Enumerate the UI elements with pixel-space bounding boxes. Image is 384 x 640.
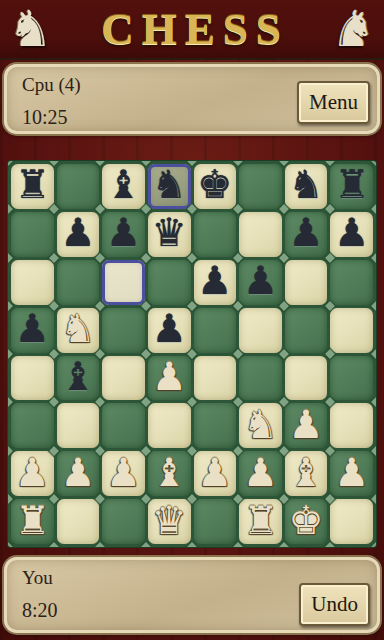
piece-black-pawn: ♟ — [60, 213, 95, 252]
piece-white-rook: ♜ — [15, 501, 50, 540]
opponent-clock: 10:25 — [22, 104, 81, 130]
piece-black-pawn: ♟ — [15, 309, 50, 348]
square-d2[interactable]: ♝ — [148, 451, 191, 496]
piece-black-pawn: ♟ — [243, 261, 278, 300]
square-g8[interactable]: ♞ — [285, 164, 328, 209]
square-d4[interactable]: ♟ — [148, 356, 191, 401]
piece-black-bishop: ♝ — [106, 165, 141, 204]
square-a1[interactable]: ♜ — [11, 499, 54, 544]
square-f2[interactable]: ♟ — [239, 451, 282, 496]
square-e4[interactable] — [194, 356, 237, 401]
square-b6[interactable] — [57, 260, 100, 305]
square-f1[interactable]: ♜ — [239, 499, 282, 544]
square-h2[interactable]: ♟ — [330, 451, 373, 496]
piece-black-rook: ♜ — [15, 165, 50, 204]
piece-white-queen: ♛ — [152, 501, 187, 540]
corner-diamond — [187, 542, 197, 547]
square-h7[interactable]: ♟ — [330, 212, 373, 257]
square-a8[interactable]: ♜ — [11, 164, 54, 209]
piece-black-pawn: ♟ — [152, 309, 187, 348]
app-title: CHESS — [95, 3, 289, 55]
square-g7[interactable]: ♟ — [285, 212, 328, 257]
square-f6[interactable]: ♟ — [239, 260, 282, 305]
square-a6[interactable] — [11, 260, 54, 305]
square-g2[interactable]: ♝ — [285, 451, 328, 496]
square-e7[interactable] — [194, 212, 237, 257]
piece-white-knight: ♞ — [60, 309, 95, 348]
menu-button[interactable]: Menu — [297, 81, 370, 124]
square-d5[interactable]: ♟ — [148, 308, 191, 353]
square-b8[interactable] — [57, 164, 100, 209]
square-e2[interactable]: ♟ — [194, 451, 237, 496]
square-d7[interactable]: ♛ — [148, 212, 191, 257]
square-c3[interactable] — [102, 403, 145, 448]
square-c5[interactable] — [102, 308, 145, 353]
square-e1[interactable] — [194, 499, 237, 544]
undo-button[interactable]: Undo — [299, 583, 370, 626]
square-a2[interactable]: ♟ — [11, 451, 54, 496]
square-c7[interactable]: ♟ — [102, 212, 145, 257]
opponent-name: Cpu (4) — [22, 72, 81, 98]
square-c4[interactable] — [102, 356, 145, 401]
square-e5[interactable] — [194, 308, 237, 353]
square-a4[interactable] — [11, 356, 54, 401]
piece-white-pawn: ♟ — [334, 453, 369, 492]
piece-black-knight: ♞ — [289, 165, 324, 204]
player-info: You 8:20 — [22, 565, 58, 623]
square-b5[interactable]: ♞ — [57, 308, 100, 353]
square-h6[interactable] — [330, 260, 373, 305]
square-b3[interactable] — [57, 403, 100, 448]
player-name: You — [22, 565, 58, 591]
square-f8[interactable] — [239, 164, 282, 209]
square-f3[interactable]: ♞ — [239, 403, 282, 448]
square-f4[interactable] — [239, 356, 282, 401]
square-g5[interactable] — [285, 308, 328, 353]
opponent-bar: Cpu (4) 10:25 Menu — [4, 64, 380, 134]
corner-diamond — [95, 542, 105, 547]
piece-black-queen: ♛ — [152, 213, 187, 252]
piece-white-pawn: ♟ — [106, 453, 141, 492]
opponent-info: Cpu (4) 10:25 — [22, 72, 81, 130]
piece-black-pawn: ♟ — [289, 213, 324, 252]
piece-white-pawn: ♟ — [60, 453, 95, 492]
square-a7[interactable] — [11, 212, 54, 257]
piece-white-pawn: ♟ — [243, 453, 278, 492]
square-g1[interactable]: ♚ — [285, 499, 328, 544]
square-d1[interactable]: ♛ — [148, 499, 191, 544]
corner-diamond — [371, 301, 376, 311]
piece-white-pawn: ♟ — [197, 453, 232, 492]
square-b7[interactable]: ♟ — [57, 212, 100, 257]
corner-diamond — [371, 253, 376, 263]
app-window: ♞ CHESS ♞ Cpu (4) 10:25 Menu ♜♝♞♚♞♜♟♟♛♟♟… — [0, 0, 384, 640]
piece-black-pawn: ♟ — [334, 213, 369, 252]
corner-diamond — [371, 161, 376, 166]
square-g3[interactable]: ♟ — [285, 403, 328, 448]
square-h3[interactable] — [330, 403, 373, 448]
piece-black-king: ♚ — [197, 165, 232, 204]
corner-diamond — [371, 542, 376, 547]
square-h4[interactable] — [330, 356, 373, 401]
knight-icon-right: ♞ — [331, 3, 376, 55]
piece-white-king: ♚ — [289, 501, 324, 540]
square-d3[interactable] — [148, 403, 191, 448]
square-h8[interactable]: ♜ — [330, 164, 373, 209]
title-bar: ♞ CHESS ♞ — [0, 0, 384, 60]
piece-black-pawn: ♟ — [197, 261, 232, 300]
corner-diamond — [8, 542, 13, 547]
square-d6[interactable] — [148, 260, 191, 305]
piece-white-bishop: ♝ — [152, 453, 187, 492]
square-f7[interactable] — [239, 212, 282, 257]
square-c6[interactable] — [102, 260, 145, 305]
piece-white-pawn: ♟ — [15, 453, 50, 492]
square-b1[interactable] — [57, 499, 100, 544]
square-a3[interactable] — [11, 403, 54, 448]
corner-diamond — [371, 349, 376, 359]
square-f5[interactable] — [239, 308, 282, 353]
square-e3[interactable] — [194, 403, 237, 448]
piece-white-rook: ♜ — [243, 501, 278, 540]
square-g4[interactable] — [285, 356, 328, 401]
piece-black-bishop: ♝ — [60, 357, 95, 396]
piece-black-rook: ♜ — [334, 165, 369, 204]
piece-black-pawn: ♟ — [106, 213, 141, 252]
piece-white-pawn: ♟ — [289, 405, 324, 444]
square-e6[interactable]: ♟ — [194, 260, 237, 305]
piece-white-bishop: ♝ — [289, 453, 324, 492]
square-a5[interactable]: ♟ — [11, 308, 54, 353]
square-g6[interactable] — [285, 260, 328, 305]
square-h5[interactable] — [330, 308, 373, 353]
square-e8[interactable]: ♚ — [194, 164, 237, 209]
square-h1[interactable] — [330, 499, 373, 544]
piece-white-knight: ♞ — [243, 405, 278, 444]
square-d8[interactable]: ♞ — [148, 164, 191, 209]
square-b4[interactable]: ♝ — [57, 356, 100, 401]
square-c1[interactable] — [102, 499, 145, 544]
piece-white-pawn: ♟ — [152, 357, 187, 396]
knight-icon-left: ♞ — [8, 3, 53, 55]
chess-board[interactable]: ♜♝♞♚♞♜♟♟♛♟♟♟♟♟♞♟♝♟♞♟♟♟♟♝♟♟♝♟♜♛♜♚ — [8, 161, 376, 547]
player-clock: 8:20 — [22, 597, 58, 623]
player-bar: You 8:20 Undo — [4, 557, 380, 633]
square-c2[interactable]: ♟ — [102, 451, 145, 496]
square-c8[interactable]: ♝ — [102, 164, 145, 209]
piece-black-knight: ♞ — [152, 165, 187, 204]
square-b2[interactable]: ♟ — [57, 451, 100, 496]
corner-diamond — [141, 542, 151, 547]
